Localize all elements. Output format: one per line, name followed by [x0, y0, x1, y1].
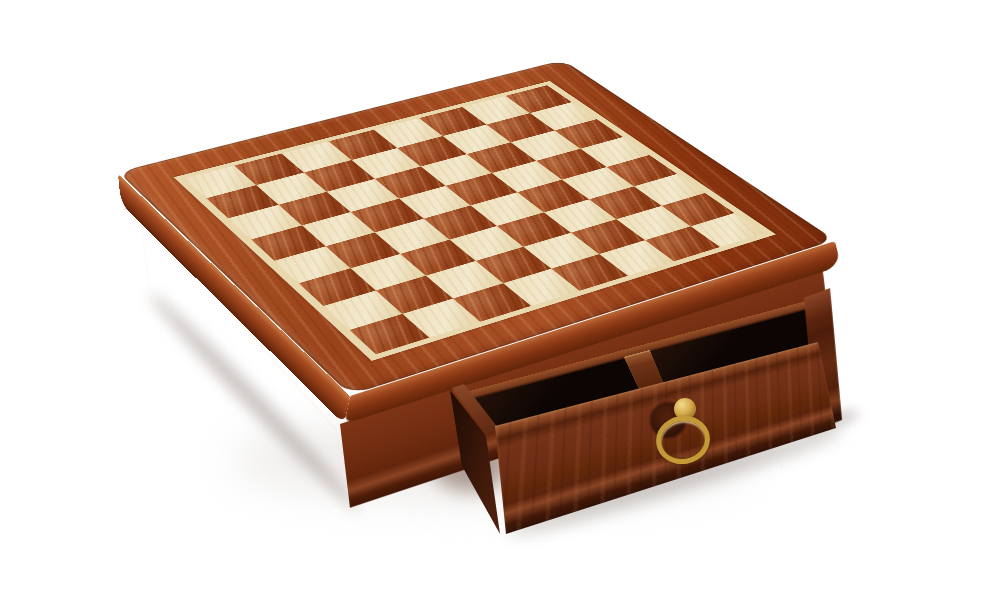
- brass-ring-handle[interactable]: [644, 394, 724, 474]
- chess-box-photo: 8/8/8/8/8/8/8/8 w - - 0 1: [0, 0, 1000, 591]
